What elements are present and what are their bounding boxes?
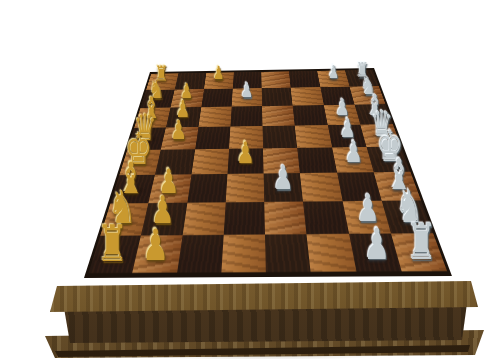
square-c3[interactable]: [198, 107, 231, 127]
square-f6[interactable]: [300, 173, 342, 202]
square-d3[interactable]: [195, 126, 230, 149]
square-h3[interactable]: [177, 235, 224, 273]
piece-silver-pawn-a7[interactable]: ♟: [328, 63, 339, 81]
piece-silver-pawn-b4[interactable]: ♟: [240, 80, 253, 101]
square-g6[interactable]: [303, 201, 348, 234]
piece-silver-pawn-e7[interactable]: ♟: [344, 137, 362, 167]
square-c6[interactable]: [293, 105, 328, 125]
square-g4[interactable]: [223, 202, 265, 235]
piece-silver-pawn-h7[interactable]: ♟: [363, 222, 390, 265]
square-h6[interactable]: [307, 234, 356, 272]
piece-gold-pawn-e4[interactable]: ♟: [236, 138, 254, 168]
square-a5[interactable]: [261, 71, 291, 88]
square-c5[interactable]: [262, 106, 295, 126]
square-b5[interactable]: [262, 88, 293, 106]
square-d5[interactable]: [263, 126, 298, 149]
square-e3[interactable]: [191, 149, 229, 175]
square-f4[interactable]: [226, 173, 265, 202]
square-h5[interactable]: [265, 234, 311, 272]
piece-gold-pawn-h2[interactable]: ♟: [142, 224, 169, 267]
piece-gold-rook-h1[interactable]: ♜: [97, 219, 128, 269]
square-b3[interactable]: [201, 89, 233, 107]
piece-gold-pawn-a3[interactable]: ♟: [213, 65, 224, 83]
square-f3[interactable]: [187, 174, 227, 203]
piece-silver-pawn-f5[interactable]: ♟: [273, 162, 294, 196]
square-b6[interactable]: [291, 87, 324, 105]
piece-silver-rook-h8[interactable]: ♜: [406, 217, 437, 267]
square-e6[interactable]: [297, 147, 336, 173]
square-g3[interactable]: [182, 202, 225, 235]
square-a6[interactable]: [289, 71, 320, 88]
square-d6[interactable]: [295, 125, 332, 148]
square-g5[interactable]: [264, 202, 306, 235]
square-h4[interactable]: [221, 235, 266, 273]
chess-set-photo: ♜♞♝♚♛♝♟♞♜♟♟♟♟♟♟♟♟♟♟♟♟♟♜♟♞♝♟♛♚♝♞♜: [0, 0, 500, 359]
piece-gold-pawn-d2[interactable]: ♟: [171, 117, 187, 143]
square-c4[interactable]: [230, 106, 262, 126]
